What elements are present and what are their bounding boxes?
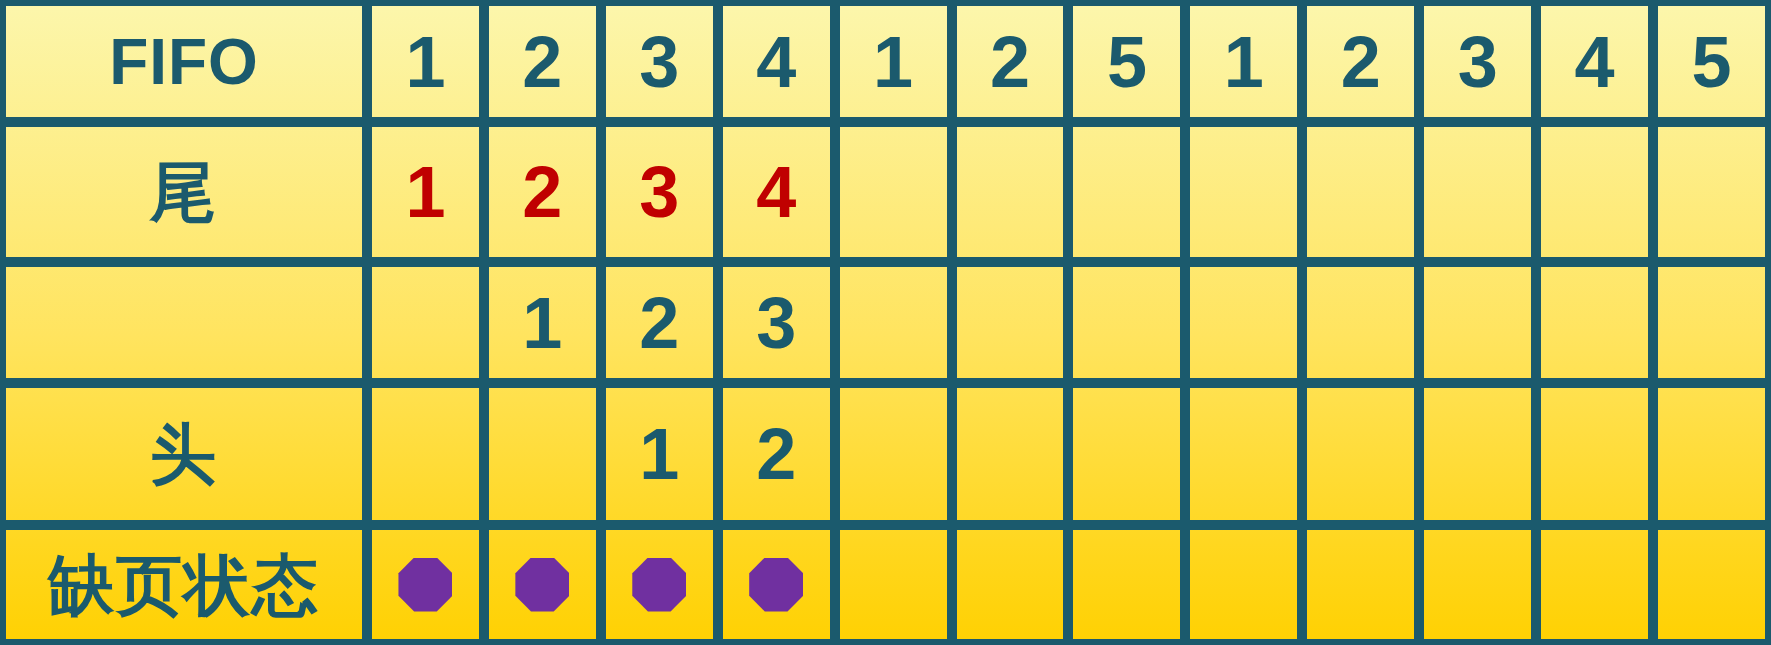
grid-cell	[1648, 117, 1765, 257]
grid-cell	[830, 520, 947, 639]
grid-cell	[1297, 257, 1414, 378]
fault-status-row-label: 缺页状态	[6, 520, 362, 639]
grid-cell	[1063, 117, 1180, 257]
page-ref-cell: 1	[362, 6, 479, 117]
page-ref-cell: 4	[1531, 6, 1648, 117]
grid-cell	[1063, 257, 1180, 378]
grid-cell	[1531, 257, 1648, 378]
grid-cell	[1414, 520, 1531, 639]
grid-cell	[1648, 378, 1765, 520]
grid-cell	[362, 257, 479, 378]
fault-cell	[479, 520, 596, 639]
tail-row-label: 尾	[6, 117, 362, 257]
grid-cell	[1297, 378, 1414, 520]
grid-cell	[830, 378, 947, 520]
grid-cell	[947, 520, 1064, 639]
fifo-simulation-table: FIFO123412512345尾1234123头12缺页状态	[0, 0, 1771, 645]
page-fault-marker-octagon	[749, 558, 803, 612]
page-ref-cell: 2	[1297, 6, 1414, 117]
grid-cell	[947, 117, 1064, 257]
grid-cell	[1063, 520, 1180, 639]
grid-cell	[947, 257, 1064, 378]
page-fault-marker-octagon	[632, 558, 686, 612]
page-ref-cell: 5	[1648, 6, 1765, 117]
grid-cell	[830, 257, 947, 378]
grid-cell	[1414, 117, 1531, 257]
grid-cell	[1648, 520, 1765, 639]
page-ref-cell: 3	[1414, 6, 1531, 117]
page-ref-cell: 3	[596, 6, 713, 117]
grid-cell: 1	[596, 378, 713, 520]
grid-cell	[1063, 378, 1180, 520]
grid-cell: 1	[479, 257, 596, 378]
grid-cell	[1531, 117, 1648, 257]
grid-cell: 2	[479, 117, 596, 257]
grid-cell	[1180, 257, 1297, 378]
fault-cell	[596, 520, 713, 639]
page-fault-marker-octagon	[515, 558, 569, 612]
page-ref-cell: 1	[830, 6, 947, 117]
grid-cell	[1180, 378, 1297, 520]
grid-cell	[362, 378, 479, 520]
grid-cell	[1297, 117, 1414, 257]
grid-cell	[1531, 520, 1648, 639]
grid-cell	[1531, 378, 1648, 520]
page-ref-cell: 1	[1180, 6, 1297, 117]
grid-cell	[1180, 117, 1297, 257]
grid-cell: 4	[713, 117, 830, 257]
grid-cell: 3	[596, 117, 713, 257]
grid-cell: 1	[362, 117, 479, 257]
grid-cell: 3	[713, 257, 830, 378]
page-ref-cell: 2	[479, 6, 596, 117]
page-ref-cell: 4	[713, 6, 830, 117]
grid-cell	[1297, 520, 1414, 639]
grid-cell	[1648, 257, 1765, 378]
head-row-label: 头	[6, 378, 362, 520]
grid-cell	[947, 378, 1064, 520]
fifo-header-label: FIFO	[6, 6, 362, 117]
fault-cell	[713, 520, 830, 639]
grid-cell	[479, 378, 596, 520]
page-fault-marker-octagon	[398, 558, 452, 612]
queue-middle-row-label	[6, 257, 362, 378]
grid-cell: 2	[596, 257, 713, 378]
grid-cell	[830, 117, 947, 257]
page-ref-cell: 2	[947, 6, 1064, 117]
grid-cell	[1180, 520, 1297, 639]
grid-cell: 2	[713, 378, 830, 520]
page-ref-cell: 5	[1063, 6, 1180, 117]
grid-cell	[1414, 378, 1531, 520]
grid-cell	[1414, 257, 1531, 378]
fault-cell	[362, 520, 479, 639]
